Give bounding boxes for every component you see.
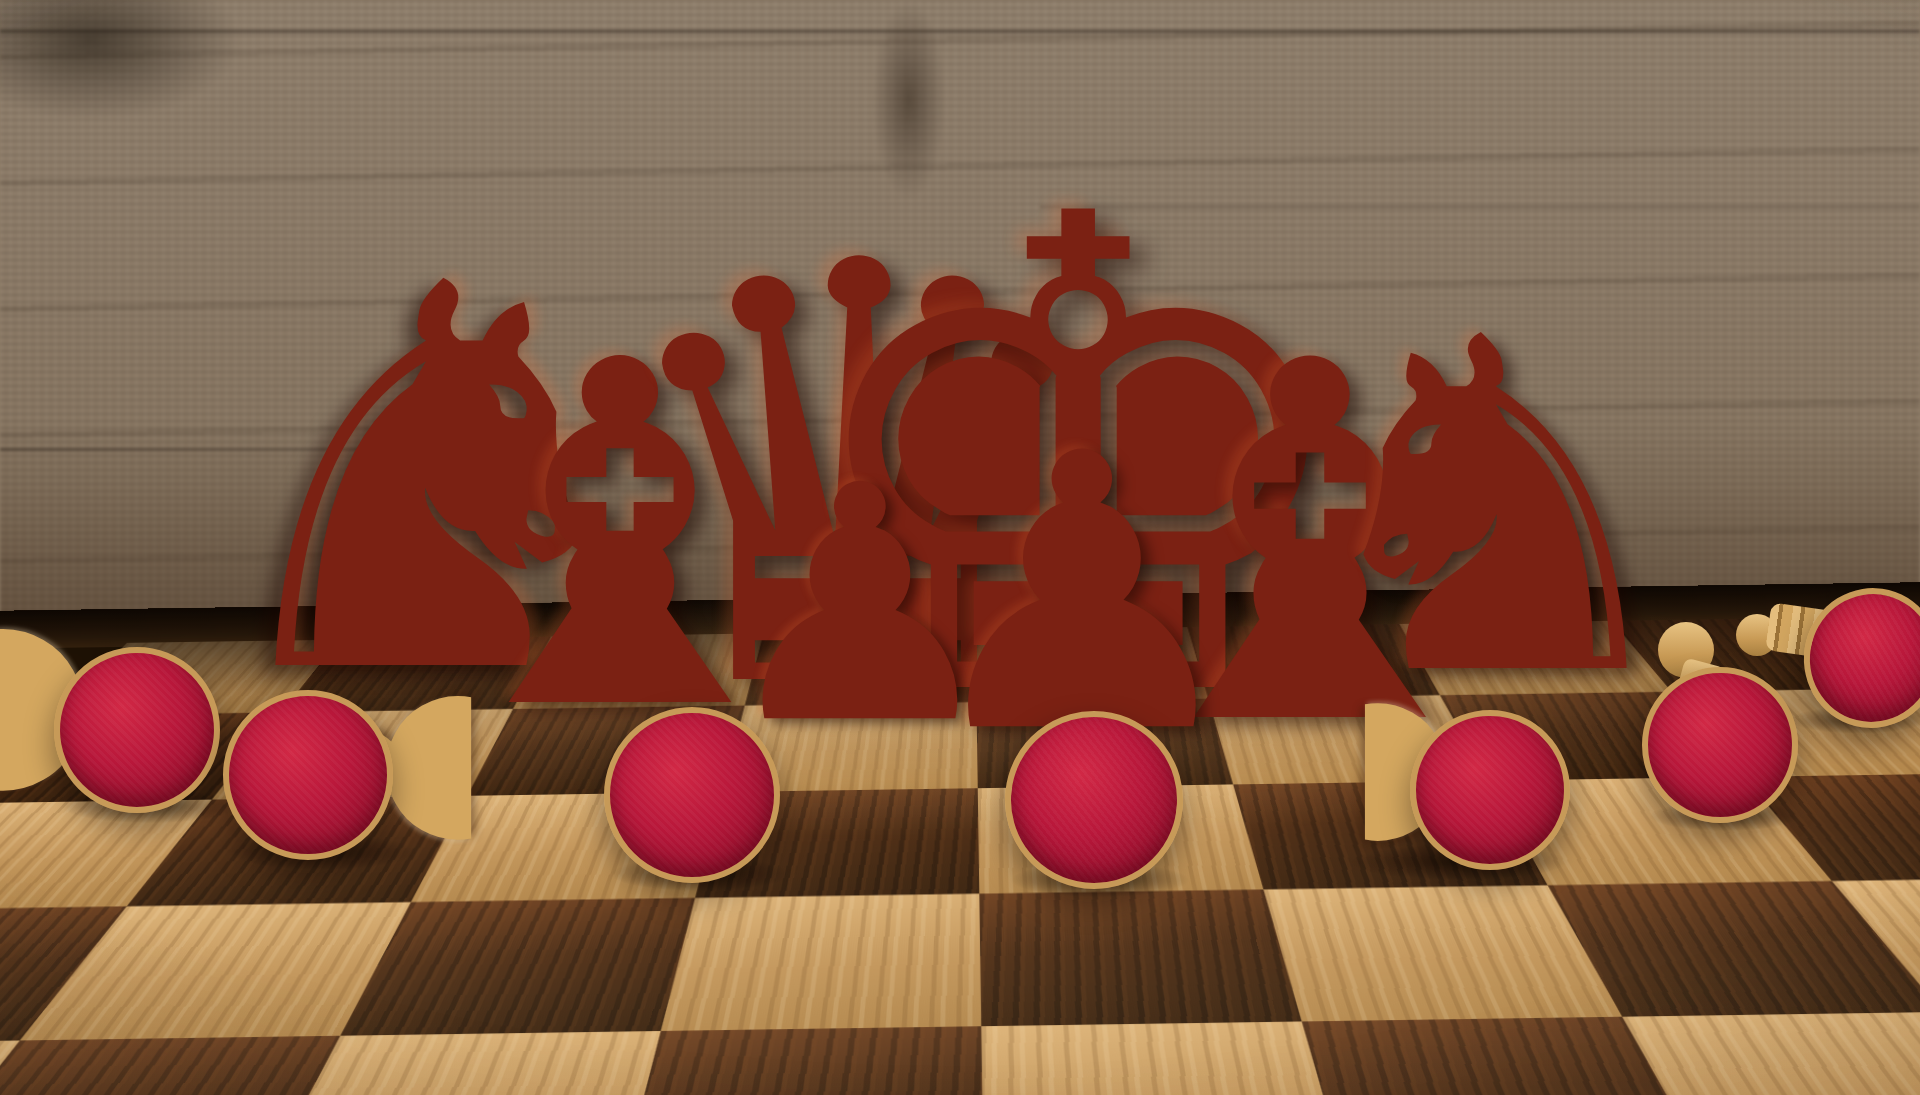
board-square (745, 630, 977, 705)
board-square (978, 784, 1264, 893)
board-square (616, 1026, 984, 1095)
board-square (695, 788, 979, 898)
board-square (1622, 1012, 1920, 1095)
board-square (1187, 624, 1439, 698)
board-square (979, 889, 1302, 1026)
board-square (467, 705, 745, 795)
board-square (976, 698, 1233, 788)
wall-plank-seam (1040, 206, 1920, 208)
board-square (981, 1022, 1351, 1095)
board-square (661, 894, 982, 1032)
board-squares-grid (0, 618, 1920, 1095)
wood-plank-wall (0, 0, 1920, 622)
wall-knot (872, 0, 946, 200)
board-square (0, 1036, 340, 1095)
wall-plank-seam (0, 30, 1920, 33)
chessboard (0, 581, 1920, 1095)
wall-corner-shadow (0, 0, 240, 120)
board-square (1208, 695, 1488, 784)
chess-photo-scene: ♞ ♝ ♛ ♚ ♝ ♞ ♟ ♟ ♟ ♟ ♟ (0, 0, 1920, 1095)
board-square (722, 702, 977, 792)
board-square (975, 627, 1208, 702)
board-square (513, 633, 763, 708)
